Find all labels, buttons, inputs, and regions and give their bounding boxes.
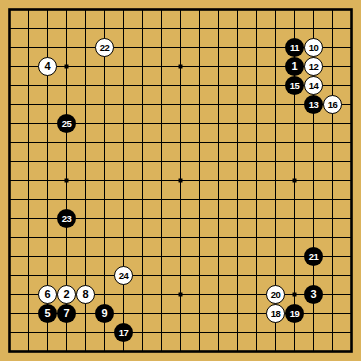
stone-black-move-7: 7 <box>57 304 76 323</box>
stone-white-move-6: 6 <box>38 285 57 304</box>
stone-white-move-16: 16 <box>323 95 342 114</box>
stone-white-move-14: 14 <box>304 76 323 95</box>
stone-black-move-1: 1 <box>285 57 304 76</box>
star-point <box>179 179 183 183</box>
stone-black-move-9: 9 <box>95 304 114 323</box>
star-point <box>179 65 183 69</box>
stone-white-move-24: 24 <box>114 266 133 285</box>
stone-black-move-13: 13 <box>304 95 323 114</box>
stone-black-move-17: 17 <box>114 323 133 342</box>
stone-black-move-11: 11 <box>285 38 304 57</box>
stone-black-move-5: 5 <box>38 304 57 323</box>
stone-black-move-23: 23 <box>57 209 76 228</box>
stone-white-move-8: 8 <box>76 285 95 304</box>
star-point <box>65 179 69 183</box>
stone-white-move-20: 20 <box>266 285 285 304</box>
stone-black-move-21: 21 <box>304 247 323 266</box>
star-point <box>65 65 69 69</box>
star-point <box>179 293 183 297</box>
stone-black-move-15: 15 <box>285 76 304 95</box>
star-point <box>293 179 297 183</box>
go-board: 1234567891011121314151617181920212223242… <box>0 0 361 361</box>
stone-black-move-19: 19 <box>285 304 304 323</box>
stone-black-move-25: 25 <box>57 114 76 133</box>
stone-white-move-4: 4 <box>38 57 57 76</box>
star-point <box>293 293 297 297</box>
stone-black-move-3: 3 <box>304 285 323 304</box>
stone-white-move-10: 10 <box>304 38 323 57</box>
stone-white-move-22: 22 <box>95 38 114 57</box>
stone-white-move-2: 2 <box>57 285 76 304</box>
stone-white-move-18: 18 <box>266 304 285 323</box>
stone-white-move-12: 12 <box>304 57 323 76</box>
